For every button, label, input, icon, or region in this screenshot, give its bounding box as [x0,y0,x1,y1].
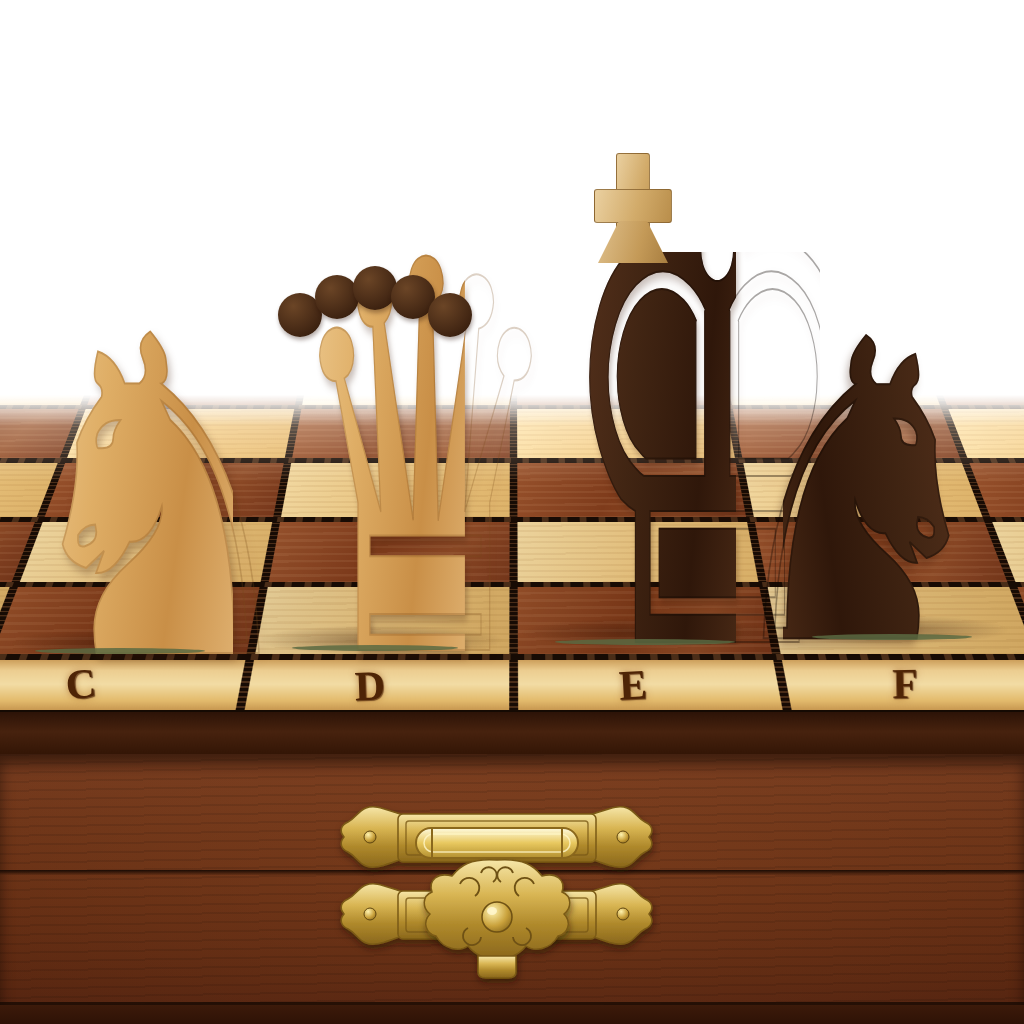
rivet [617,908,629,920]
chess-set-product-photo: C D E F ♞ ♛ ♚ ♞ [0,0,1024,1024]
latch-knob [482,902,512,932]
rivet [617,831,629,843]
rivet [364,831,376,843]
queen-crown-ball [315,275,359,319]
queen-crown-ball [353,266,397,310]
white-knight-glyph: ♞ [7,281,233,721]
latch-hasp-shield [424,860,570,978]
king-cross-finial [594,189,672,223]
latch-top-plate [341,807,652,868]
file-label-e: E [587,659,679,712]
felt-base [292,645,458,651]
king-cross-base [598,221,668,263]
felt-base [812,634,972,640]
brass-latch [310,780,730,1024]
felt-base [35,648,205,654]
latch-catch-tab [478,956,516,978]
rivet [364,908,376,920]
felt-base [555,639,735,645]
latch-handle-bar [416,828,578,858]
black-knight-glyph: ♞ [783,287,1001,702]
queen-crown-ball [428,293,472,337]
black-king-glyph: ♚ [554,252,736,645]
black-knight-f1: ♞ [752,338,1024,640]
